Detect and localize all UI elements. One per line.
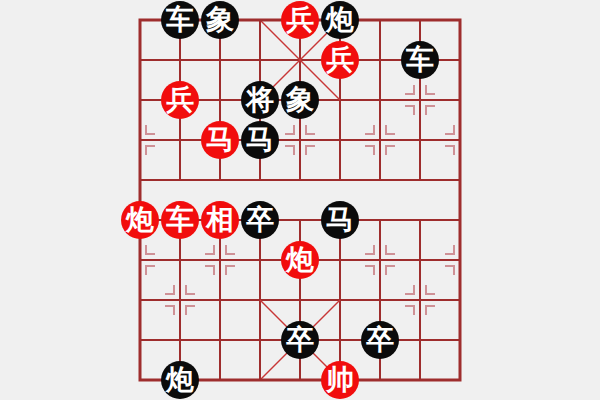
black-chariot-piece[interactable]: 车 — [161, 1, 199, 39]
black-general-piece[interactable]: 将 — [241, 81, 279, 119]
black-chariot-piece[interactable]: 车 — [401, 41, 439, 79]
board-background: 车象兵炮兵车兵将象马马炮车相卒马炮卒卒炮帅 — [0, 0, 600, 400]
xiangqi-board: 车象兵炮兵车兵将象马马炮车相卒马炮卒卒炮帅 — [140, 20, 460, 380]
red-cannon-piece[interactable]: 炮 — [121, 201, 159, 239]
black-soldier-piece[interactable]: 卒 — [281, 321, 319, 359]
black-elephant-piece[interactable]: 象 — [281, 81, 319, 119]
pieces-layer: 车象兵炮兵车兵将象马马炮车相卒马炮卒卒炮帅 — [120, 0, 480, 400]
black-cannon-piece[interactable]: 炮 — [321, 1, 359, 39]
black-soldier-piece[interactable]: 卒 — [361, 321, 399, 359]
red-chariot-piece[interactable]: 车 — [161, 201, 199, 239]
red-horse-piece[interactable]: 马 — [201, 121, 239, 159]
black-soldier-piece[interactable]: 卒 — [241, 201, 279, 239]
red-elephant-piece[interactable]: 相 — [201, 201, 239, 239]
red-soldier-piece[interactable]: 兵 — [281, 1, 319, 39]
red-general-piece[interactable]: 帅 — [321, 361, 359, 399]
red-soldier-piece[interactable]: 兵 — [321, 41, 359, 79]
black-horse-piece[interactable]: 马 — [241, 121, 279, 159]
red-soldier-piece[interactable]: 兵 — [161, 81, 199, 119]
black-elephant-piece[interactable]: 象 — [201, 1, 239, 39]
black-cannon-piece[interactable]: 炮 — [161, 361, 199, 399]
black-horse-piece[interactable]: 马 — [321, 201, 359, 239]
red-cannon-piece[interactable]: 炮 — [281, 241, 319, 279]
